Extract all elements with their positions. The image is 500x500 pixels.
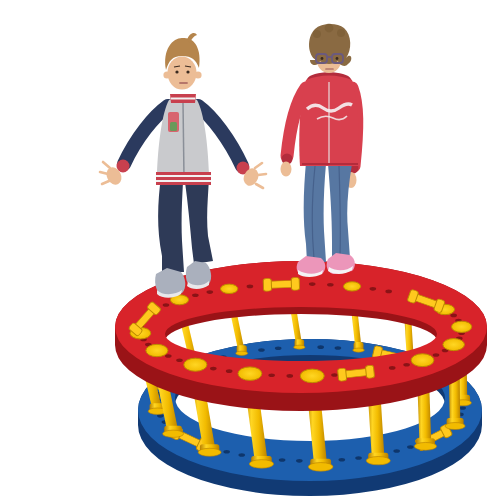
plug-cap — [184, 358, 207, 371]
vent-slot — [226, 369, 233, 373]
plug-cap — [300, 369, 324, 383]
vent-slot — [327, 283, 334, 287]
girl-head — [309, 24, 351, 73]
vent-slot — [296, 459, 303, 463]
girl-left-hand — [281, 162, 292, 177]
plug-cap — [238, 367, 262, 380]
product-photo: Two young children balance on top of a c… — [40, 16, 500, 500]
plug-cap — [443, 339, 465, 351]
vent-slot — [176, 358, 183, 362]
vent-slot — [268, 373, 275, 377]
vent-slot — [275, 346, 282, 350]
vent-slot — [317, 345, 324, 349]
vent-slot — [258, 348, 265, 352]
vent-slot — [339, 458, 346, 462]
vent-slot — [192, 293, 199, 297]
balance-ring-scene — [40, 16, 500, 500]
plug-cap — [220, 284, 237, 293]
boy-zipper — [183, 102, 184, 178]
vent-slot — [238, 453, 245, 457]
vent-slot — [355, 456, 362, 460]
boy-head — [163, 33, 201, 90]
vent-slot — [309, 282, 316, 286]
plug-cap — [451, 321, 471, 332]
vent-slot — [389, 366, 396, 370]
vent-slot — [385, 290, 392, 294]
vent-slot — [403, 363, 410, 367]
boy-figure — [100, 33, 266, 298]
vent-slot — [165, 354, 172, 358]
vent-slot — [393, 449, 400, 453]
vent-slot — [163, 303, 170, 307]
plug-cap — [411, 354, 434, 367]
vent-slot — [247, 285, 254, 289]
boy-left-leg — [158, 176, 184, 272]
vent-slot — [207, 290, 214, 294]
plug-cap — [343, 282, 360, 291]
girl-left-leg — [304, 162, 326, 262]
vent-slot — [223, 450, 230, 454]
vent-slot — [286, 374, 293, 378]
vent-slot — [450, 314, 457, 318]
vent-slot — [407, 445, 414, 449]
vent-slot — [210, 367, 217, 371]
boy-right-leg — [185, 178, 213, 264]
vent-slot — [433, 353, 440, 357]
boy-chest-patch — [168, 112, 179, 132]
vent-slot — [331, 373, 338, 377]
plug-cap — [146, 344, 168, 356]
boy-collar — [170, 94, 196, 103]
boy-hem-band — [156, 172, 211, 185]
vent-slot — [459, 406, 466, 410]
vent-slot — [370, 287, 377, 291]
vent-slot — [279, 458, 286, 462]
girl-figure — [281, 24, 359, 277]
vent-slot — [335, 346, 342, 350]
